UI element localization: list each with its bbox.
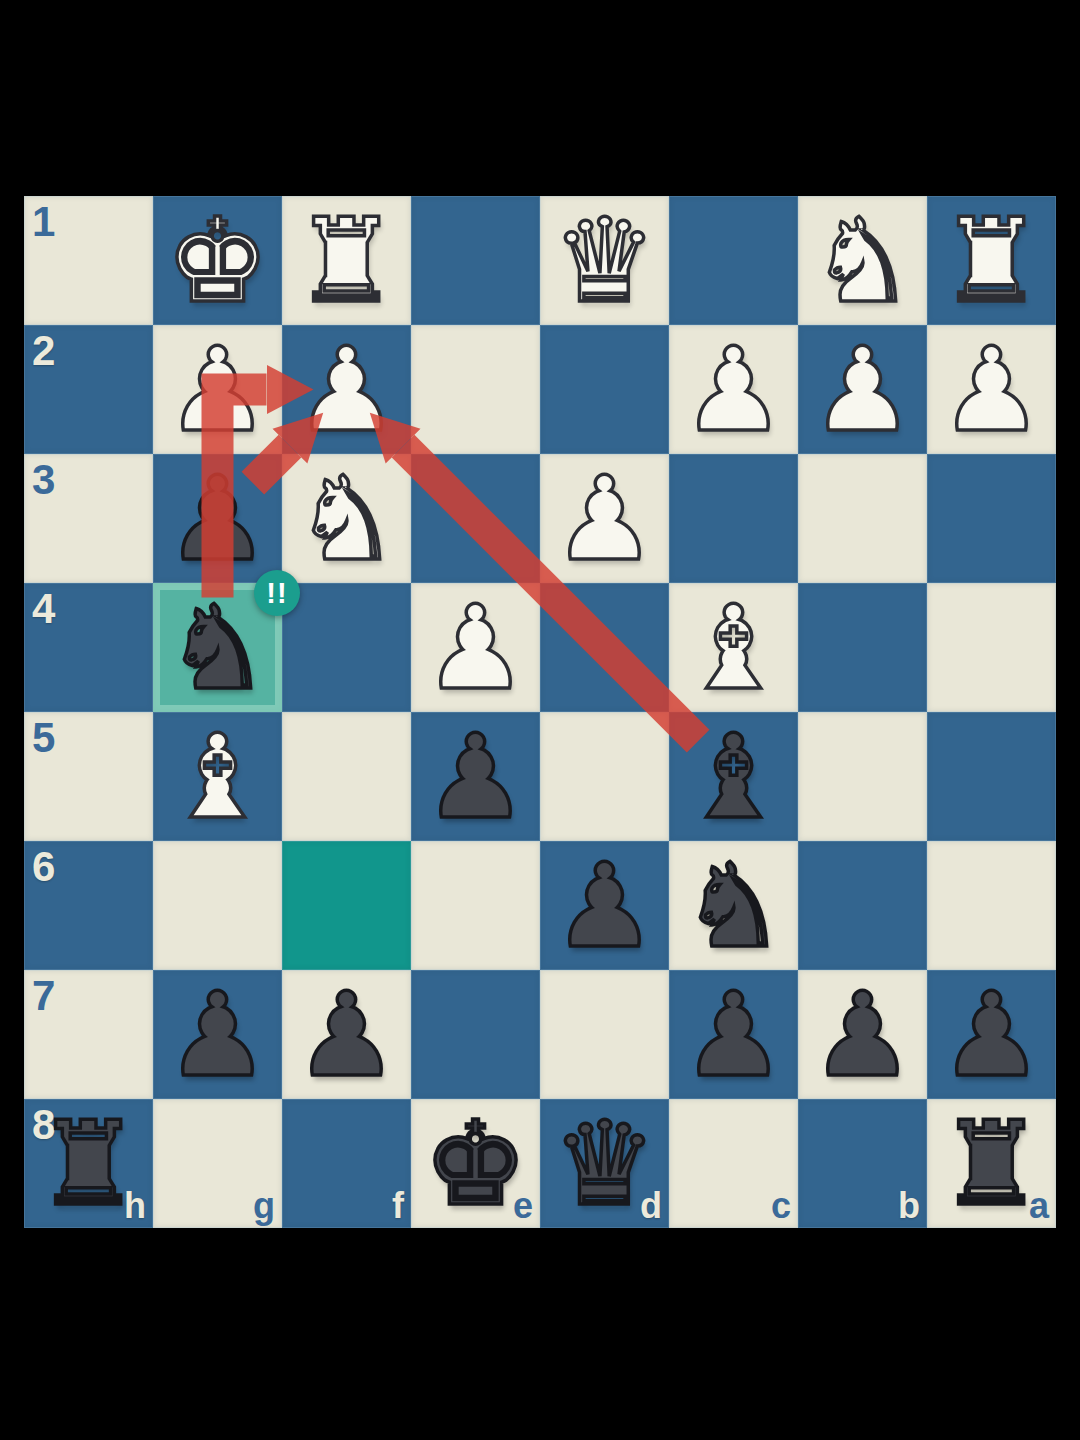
square-g3[interactable]: ♟ [153,454,282,583]
brilliant-move-badge: !! [254,570,300,616]
piece-white-pawn[interactable]: ♟ [282,325,411,454]
square-f8[interactable]: f [282,1099,411,1228]
brilliant-move-text: !! [266,577,287,610]
square-f5[interactable] [282,712,411,841]
square-d2[interactable] [540,325,669,454]
piece-black-king[interactable]: ♚ [411,1099,540,1228]
square-d6[interactable]: ♟ [540,841,669,970]
square-d8[interactable]: d♛ [540,1099,669,1228]
square-e2[interactable] [411,325,540,454]
rank-label-7: 7 [32,975,55,1017]
square-h2[interactable]: 2 [24,325,153,454]
piece-black-rook[interactable]: ♜ [927,1099,1056,1228]
square-c2[interactable]: ♟ [669,325,798,454]
piece-black-pawn[interactable]: ♟ [669,970,798,1099]
square-c8[interactable]: c [669,1099,798,1228]
rank-label-5: 5 [32,717,55,759]
piece-black-pawn[interactable]: ♟ [927,970,1056,1099]
square-a5[interactable] [927,712,1056,841]
piece-white-pawn[interactable]: ♟ [927,325,1056,454]
square-h8[interactable]: 8h♜ [24,1099,153,1228]
square-e4[interactable]: ♟ [411,583,540,712]
square-a3[interactable] [927,454,1056,583]
square-b7[interactable]: ♟ [798,970,927,1099]
square-g8[interactable]: g [153,1099,282,1228]
square-c7[interactable]: ♟ [669,970,798,1099]
piece-white-queen[interactable]: ♛ [540,196,669,325]
square-d7[interactable] [540,970,669,1099]
square-e8[interactable]: e♚ [411,1099,540,1228]
square-a7[interactable]: ♟ [927,970,1056,1099]
square-d3[interactable]: ♟ [540,454,669,583]
square-g1[interactable]: ♚ [153,196,282,325]
square-a6[interactable] [927,841,1056,970]
piece-white-knight[interactable]: ♞ [798,196,927,325]
square-g6[interactable] [153,841,282,970]
square-a2[interactable]: ♟ [927,325,1056,454]
piece-black-pawn[interactable]: ♟ [798,970,927,1099]
square-e3[interactable] [411,454,540,583]
square-e6[interactable] [411,841,540,970]
piece-black-pawn[interactable]: ♟ [540,841,669,970]
rank-label-2: 2 [32,330,55,372]
piece-white-pawn[interactable]: ♟ [669,325,798,454]
square-b5[interactable] [798,712,927,841]
square-f3[interactable]: ♞ [282,454,411,583]
rank-label-1: 1 [32,201,55,243]
piece-black-pawn[interactable]: ♟ [411,712,540,841]
square-f6[interactable] [282,841,411,970]
square-f1[interactable]: ♜ [282,196,411,325]
piece-white-knight[interactable]: ♞ [282,454,411,583]
square-f7[interactable]: ♟ [282,970,411,1099]
square-h4[interactable]: 4 [24,583,153,712]
file-label-g: g [253,1188,275,1224]
square-a1[interactable]: ♜ [927,196,1056,325]
square-h6[interactable]: 6 [24,841,153,970]
square-d5[interactable] [540,712,669,841]
square-h1[interactable]: 1 [24,196,153,325]
square-g7[interactable]: ♟ [153,970,282,1099]
square-b6[interactable] [798,841,927,970]
piece-white-pawn[interactable]: ♟ [798,325,927,454]
square-c5[interactable]: ♝ [669,712,798,841]
square-h5[interactable]: 5 [24,712,153,841]
square-e5[interactable]: ♟ [411,712,540,841]
chess-board[interactable]: 1♚♜♛♞♜2♟♟♟♟♟3♟♞♟4♞♟♝5♝♟♝6♟♞7♟♟♟♟♟8h♜gfe♚… [24,196,1056,1228]
square-a4[interactable] [927,583,1056,712]
piece-white-pawn[interactable]: ♟ [411,583,540,712]
square-c3[interactable] [669,454,798,583]
square-a8[interactable]: a♜ [927,1099,1056,1228]
square-b4[interactable] [798,583,927,712]
square-b2[interactable]: ♟ [798,325,927,454]
piece-white-rook[interactable]: ♜ [282,196,411,325]
square-g5[interactable]: ♝ [153,712,282,841]
piece-black-pawn[interactable]: ♟ [282,970,411,1099]
square-f4[interactable] [282,583,411,712]
square-b3[interactable] [798,454,927,583]
piece-white-rook[interactable]: ♜ [927,196,1056,325]
piece-black-pawn[interactable]: ♟ [153,970,282,1099]
square-c6[interactable]: ♞ [669,841,798,970]
rank-label-4: 4 [32,588,55,630]
square-c1[interactable] [669,196,798,325]
screenshot-frame: 1♚♜♛♞♜2♟♟♟♟♟3♟♞♟4♞♟♝5♝♟♝6♟♞7♟♟♟♟♟8h♜gfe♚… [0,0,1080,1440]
piece-white-bishop[interactable]: ♝ [669,583,798,712]
file-label-b: b [898,1188,920,1224]
piece-black-rook[interactable]: ♜ [24,1099,153,1228]
square-b1[interactable]: ♞ [798,196,927,325]
rank-label-3: 3 [32,459,55,501]
file-label-c: c [771,1188,791,1224]
square-b8[interactable]: b [798,1099,927,1228]
piece-white-king[interactable]: ♚ [153,196,282,325]
square-g2[interactable]: ♟ [153,325,282,454]
piece-white-bishop[interactable]: ♝ [153,712,282,841]
square-h3[interactable]: 3 [24,454,153,583]
piece-white-pawn[interactable]: ♟ [153,325,282,454]
piece-black-queen[interactable]: ♛ [540,1099,669,1228]
square-h7[interactable]: 7 [24,970,153,1099]
square-d4[interactable] [540,583,669,712]
square-f2[interactable]: ♟ [282,325,411,454]
square-e7[interactable] [411,970,540,1099]
rank-label-6: 6 [32,846,55,888]
piece-black-knight[interactable]: ♞ [669,841,798,970]
file-label-f: f [392,1188,404,1224]
piece-black-bishop[interactable]: ♝ [669,712,798,841]
square-e1[interactable] [411,196,540,325]
square-d1[interactable]: ♛ [540,196,669,325]
square-c4[interactable]: ♝ [669,583,798,712]
piece-black-pawn[interactable]: ♟ [153,454,282,583]
piece-white-pawn[interactable]: ♟ [540,454,669,583]
